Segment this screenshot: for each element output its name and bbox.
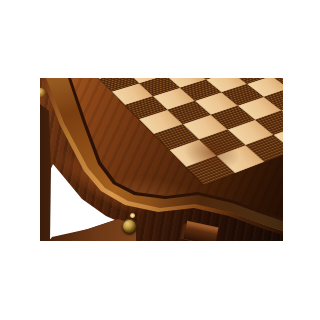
- knob-stem-glint: [130, 213, 135, 218]
- product-photo: [40, 78, 283, 241]
- drawer-knob: [122, 219, 137, 234]
- canvas-background: [0, 0, 320, 320]
